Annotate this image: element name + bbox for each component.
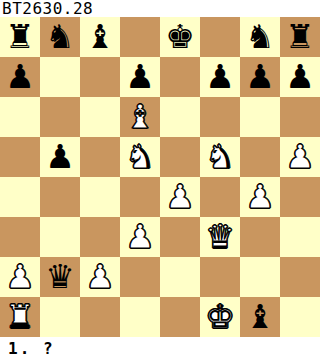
- square-d7[interactable]: ♟: [120, 57, 160, 97]
- square-e3[interactable]: [160, 217, 200, 257]
- square-h1[interactable]: [280, 297, 320, 337]
- chess-test-viewer: BT2630.28 ♜♞♝♚♞♜♟♟♟♟♟♝♟♞♞♟♟♟♟♛♟♛♟♜♚♝ 1. …: [0, 0, 320, 360]
- square-d3[interactable]: ♟: [120, 217, 160, 257]
- square-b8[interactable]: ♞: [40, 17, 80, 57]
- square-d8[interactable]: [120, 17, 160, 57]
- move-prompt: 1. ?: [0, 337, 320, 360]
- square-f2[interactable]: [200, 257, 240, 297]
- square-c8[interactable]: ♝: [80, 17, 120, 57]
- square-d1[interactable]: [120, 297, 160, 337]
- square-d6[interactable]: ♝: [120, 97, 160, 137]
- square-b2[interactable]: ♛: [40, 257, 80, 297]
- black-queen: ♛: [45, 257, 75, 297]
- square-c5[interactable]: [80, 137, 120, 177]
- white-king: ♚: [205, 297, 235, 337]
- white-pawn: ♟: [285, 137, 315, 177]
- black-pawn: ♟: [205, 57, 235, 97]
- square-g1[interactable]: ♝: [240, 297, 280, 337]
- square-h5[interactable]: ♟: [280, 137, 320, 177]
- black-pawn: ♟: [125, 57, 155, 97]
- white-pawn: ♟: [165, 177, 195, 217]
- square-a6[interactable]: [0, 97, 40, 137]
- square-f7[interactable]: ♟: [200, 57, 240, 97]
- black-rook: ♜: [5, 17, 35, 57]
- square-c3[interactable]: [80, 217, 120, 257]
- square-h3[interactable]: [280, 217, 320, 257]
- square-f1[interactable]: ♚: [200, 297, 240, 337]
- black-pawn: ♟: [245, 57, 275, 97]
- black-bishop: ♝: [85, 17, 115, 57]
- square-g6[interactable]: [240, 97, 280, 137]
- black-knight: ♞: [245, 17, 275, 57]
- black-pawn: ♟: [285, 57, 315, 97]
- square-a2[interactable]: ♟: [0, 257, 40, 297]
- square-e8[interactable]: ♚: [160, 17, 200, 57]
- position-title: BT2630.28: [0, 0, 320, 17]
- white-pawn: ♟: [85, 257, 115, 297]
- square-a1[interactable]: ♜: [0, 297, 40, 337]
- black-knight: ♞: [45, 17, 75, 57]
- black-pawn: ♟: [45, 137, 75, 177]
- square-c6[interactable]: [80, 97, 120, 137]
- square-h7[interactable]: ♟: [280, 57, 320, 97]
- square-f5[interactable]: ♞: [200, 137, 240, 177]
- square-g3[interactable]: [240, 217, 280, 257]
- square-g5[interactable]: [240, 137, 280, 177]
- square-d5[interactable]: ♞: [120, 137, 160, 177]
- black-king: ♚: [165, 17, 195, 57]
- square-c2[interactable]: ♟: [80, 257, 120, 297]
- square-g4[interactable]: ♟: [240, 177, 280, 217]
- square-b7[interactable]: [40, 57, 80, 97]
- square-a5[interactable]: [0, 137, 40, 177]
- square-a8[interactable]: ♜: [0, 17, 40, 57]
- white-pawn: ♟: [245, 177, 275, 217]
- square-c1[interactable]: [80, 297, 120, 337]
- square-c7[interactable]: [80, 57, 120, 97]
- square-a7[interactable]: ♟: [0, 57, 40, 97]
- square-b3[interactable]: [40, 217, 80, 257]
- square-e4[interactable]: ♟: [160, 177, 200, 217]
- white-knight: ♞: [205, 137, 235, 177]
- square-b6[interactable]: [40, 97, 80, 137]
- square-a3[interactable]: [0, 217, 40, 257]
- square-f8[interactable]: [200, 17, 240, 57]
- black-rook: ♜: [285, 17, 315, 57]
- square-a4[interactable]: [0, 177, 40, 217]
- square-f6[interactable]: [200, 97, 240, 137]
- square-g7[interactable]: ♟: [240, 57, 280, 97]
- square-h8[interactable]: ♜: [280, 17, 320, 57]
- white-queen: ♛: [205, 217, 235, 257]
- black-pawn: ♟: [5, 57, 35, 97]
- square-e6[interactable]: [160, 97, 200, 137]
- square-h2[interactable]: [280, 257, 320, 297]
- square-c4[interactable]: [80, 177, 120, 217]
- black-bishop: ♝: [245, 297, 275, 337]
- white-pawn: ♟: [5, 257, 35, 297]
- square-b4[interactable]: [40, 177, 80, 217]
- square-g8[interactable]: ♞: [240, 17, 280, 57]
- square-h4[interactable]: [280, 177, 320, 217]
- square-e7[interactable]: [160, 57, 200, 97]
- square-d4[interactable]: [120, 177, 160, 217]
- chess-board: ♜♞♝♚♞♜♟♟♟♟♟♝♟♞♞♟♟♟♟♛♟♛♟♜♚♝: [0, 17, 320, 337]
- square-h6[interactable]: [280, 97, 320, 137]
- square-d2[interactable]: [120, 257, 160, 297]
- square-b1[interactable]: [40, 297, 80, 337]
- square-b5[interactable]: ♟: [40, 137, 80, 177]
- square-g2[interactable]: [240, 257, 280, 297]
- white-pawn: ♟: [125, 217, 155, 257]
- white-rook: ♜: [5, 297, 35, 337]
- square-f3[interactable]: ♛: [200, 217, 240, 257]
- square-e5[interactable]: [160, 137, 200, 177]
- square-e1[interactable]: [160, 297, 200, 337]
- white-knight: ♞: [125, 137, 155, 177]
- square-f4[interactable]: [200, 177, 240, 217]
- square-e2[interactable]: [160, 257, 200, 297]
- white-bishop: ♝: [125, 97, 155, 137]
